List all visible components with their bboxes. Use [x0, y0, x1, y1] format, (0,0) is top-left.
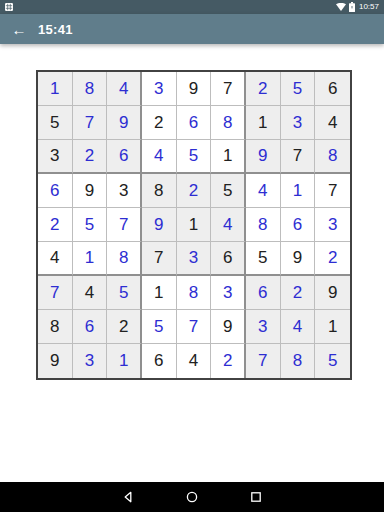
cell-r3c6[interactable]: 1 — [211, 140, 246, 174]
cell-r5c1[interactable]: 2 — [38, 208, 73, 242]
back-arrow-icon[interactable]: ← — [4, 22, 34, 37]
android-nav-bar — [0, 482, 384, 512]
game-timer: 15:41 — [38, 22, 73, 37]
cell-r3c5[interactable]: 5 — [177, 140, 212, 174]
cell-r5c5[interactable]: 1 — [177, 208, 212, 242]
cell-r3c9[interactable]: 8 — [315, 140, 350, 174]
cell-r2c2[interactable]: 7 — [73, 106, 108, 140]
cell-r4c2[interactable]: 9 — [73, 174, 108, 208]
cell-r9c4[interactable]: 6 — [142, 344, 177, 378]
cell-r7c1[interactable]: 7 — [38, 276, 73, 310]
cell-r9c9[interactable]: 5 — [315, 344, 350, 378]
app-notification-icon — [5, 3, 13, 11]
cell-r8c9[interactable]: 1 — [315, 310, 350, 344]
cell-r7c2[interactable]: 4 — [73, 276, 108, 310]
cell-r9c3[interactable]: 1 — [107, 344, 142, 378]
cell-r3c7[interactable]: 9 — [246, 140, 281, 174]
cell-r9c5[interactable]: 4 — [177, 344, 212, 378]
cell-r5c7[interactable]: 8 — [246, 208, 281, 242]
cell-r5c4[interactable]: 9 — [142, 208, 177, 242]
cell-r8c2[interactable]: 6 — [73, 310, 108, 344]
cell-r6c6[interactable]: 6 — [211, 242, 246, 276]
cell-r3c4[interactable]: 4 — [142, 140, 177, 174]
cell-r3c1[interactable]: 3 — [38, 140, 73, 174]
cell-r5c9[interactable]: 3 — [315, 208, 350, 242]
cell-r6c9[interactable]: 2 — [315, 242, 350, 276]
cell-r4c1[interactable]: 6 — [38, 174, 73, 208]
cell-r7c8[interactable]: 2 — [281, 276, 316, 310]
cell-r8c8[interactable]: 4 — [281, 310, 316, 344]
battery-icon — [349, 2, 355, 12]
cell-r5c3[interactable]: 7 — [107, 208, 142, 242]
cell-r3c2[interactable]: 2 — [73, 140, 108, 174]
cell-r6c7[interactable]: 5 — [246, 242, 281, 276]
cell-r2c1[interactable]: 5 — [38, 106, 73, 140]
cell-r5c8[interactable]: 6 — [281, 208, 316, 242]
cell-r1c7[interactable]: 2 — [246, 72, 281, 106]
cell-r6c5[interactable]: 3 — [177, 242, 212, 276]
nav-home-icon[interactable] — [186, 491, 198, 503]
cell-r4c5[interactable]: 2 — [177, 174, 212, 208]
cell-r1c6[interactable]: 7 — [211, 72, 246, 106]
cell-r2c4[interactable]: 2 — [142, 106, 177, 140]
cell-r2c7[interactable]: 1 — [246, 106, 281, 140]
cell-r7c6[interactable]: 3 — [211, 276, 246, 310]
cell-r6c2[interactable]: 1 — [73, 242, 108, 276]
cell-r1c4[interactable]: 3 — [142, 72, 177, 106]
status-bar: 10:57 — [0, 0, 384, 14]
cell-r7c7[interactable]: 6 — [246, 276, 281, 310]
cell-r1c2[interactable]: 8 — [73, 72, 108, 106]
cell-r2c9[interactable]: 4 — [315, 106, 350, 140]
cell-r6c1[interactable]: 4 — [38, 242, 73, 276]
cell-r8c7[interactable]: 3 — [246, 310, 281, 344]
cell-r4c9[interactable]: 7 — [315, 174, 350, 208]
sudoku-grid: 1843972565792681343264519786938254172579… — [36, 70, 352, 380]
cell-r6c3[interactable]: 8 — [107, 242, 142, 276]
cell-r2c5[interactable]: 6 — [177, 106, 212, 140]
cell-r3c3[interactable]: 6 — [107, 140, 142, 174]
cell-r3c8[interactable]: 7 — [281, 140, 316, 174]
cell-r4c3[interactable]: 3 — [107, 174, 142, 208]
cell-r8c5[interactable]: 7 — [177, 310, 212, 344]
cell-r2c8[interactable]: 3 — [281, 106, 316, 140]
cell-r7c5[interactable]: 8 — [177, 276, 212, 310]
cell-r8c1[interactable]: 8 — [38, 310, 73, 344]
cell-r5c2[interactable]: 5 — [73, 208, 108, 242]
cell-r4c7[interactable]: 4 — [246, 174, 281, 208]
nav-back-icon[interactable] — [122, 491, 134, 503]
cell-r9c2[interactable]: 3 — [73, 344, 108, 378]
cell-r1c5[interactable]: 9 — [177, 72, 212, 106]
cell-r1c9[interactable]: 6 — [315, 72, 350, 106]
cell-r1c1[interactable]: 1 — [38, 72, 73, 106]
wifi-icon — [336, 3, 346, 11]
cell-r4c6[interactable]: 5 — [211, 174, 246, 208]
status-clock: 10:57 — [358, 3, 379, 11]
cell-r8c6[interactable]: 9 — [211, 310, 246, 344]
cell-r4c8[interactable]: 1 — [281, 174, 316, 208]
cell-r1c8[interactable]: 5 — [281, 72, 316, 106]
nav-recents-icon[interactable] — [250, 491, 262, 503]
cell-r6c8[interactable]: 9 — [281, 242, 316, 276]
cell-r4c4[interactable]: 8 — [142, 174, 177, 208]
cell-r7c3[interactable]: 5 — [107, 276, 142, 310]
cell-r9c1[interactable]: 9 — [38, 344, 73, 378]
cell-r8c4[interactable]: 5 — [142, 310, 177, 344]
app-bar: ← 15:41 — [0, 14, 384, 44]
cell-r1c3[interactable]: 4 — [107, 72, 142, 106]
cell-r9c6[interactable]: 2 — [211, 344, 246, 378]
board-area: 1843972565792681343264519786938254172579… — [36, 70, 348, 380]
cell-r9c7[interactable]: 7 — [246, 344, 281, 378]
cell-r7c9[interactable]: 9 — [315, 276, 350, 310]
cell-r2c6[interactable]: 8 — [211, 106, 246, 140]
cell-r8c3[interactable]: 2 — [107, 310, 142, 344]
cell-r7c4[interactable]: 1 — [142, 276, 177, 310]
cell-r6c4[interactable]: 7 — [142, 242, 177, 276]
cell-r5c6[interactable]: 4 — [211, 208, 246, 242]
cell-r2c3[interactable]: 9 — [107, 106, 142, 140]
cell-r9c8[interactable]: 8 — [281, 344, 316, 378]
